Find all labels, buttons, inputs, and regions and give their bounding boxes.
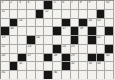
white-cell-r3c11[interactable]: 14 bbox=[88, 19, 96, 27]
clue-number: 29 bbox=[71, 54, 74, 58]
white-cell-r2c2[interactable] bbox=[10, 10, 18, 18]
white-cell-r2c4[interactable] bbox=[27, 10, 35, 18]
clue-number: 16 bbox=[10, 27, 13, 31]
clue-number: 22 bbox=[2, 45, 5, 49]
black-cell-r4c11 bbox=[88, 27, 96, 35]
clue-number: 26 bbox=[2, 54, 5, 58]
white-cell-r8c3[interactable]: 31 bbox=[18, 62, 26, 70]
white-cell-r4c12[interactable] bbox=[97, 27, 105, 35]
clue-number: 9 bbox=[88, 1, 90, 5]
white-cell-r9c13[interactable] bbox=[105, 71, 113, 79]
white-cell-r1c11[interactable]: 9 bbox=[88, 1, 96, 9]
white-cell-r4c8[interactable]: 17 bbox=[62, 27, 70, 35]
white-cell-r2c9[interactable] bbox=[71, 10, 79, 18]
white-cell-r5c6[interactable] bbox=[44, 36, 52, 44]
white-cell-r2c10[interactable] bbox=[79, 10, 87, 18]
white-cell-r8c10[interactable] bbox=[79, 62, 87, 70]
white-cell-r3c4[interactable] bbox=[27, 19, 35, 27]
clue-number: 1 bbox=[2, 1, 4, 5]
white-cell-r7c4[interactable]: 27 bbox=[27, 54, 35, 62]
black-cell-r6c7 bbox=[53, 45, 61, 53]
white-cell-r1c3[interactable]: 3 bbox=[18, 1, 26, 9]
white-cell-r7c13[interactable]: 30 bbox=[105, 54, 113, 62]
white-cell-r4c5[interactable] bbox=[36, 27, 44, 35]
clue-number: 3 bbox=[19, 1, 21, 5]
white-cell-r4c6[interactable] bbox=[44, 27, 52, 35]
clue-number: 35 bbox=[2, 71, 5, 75]
white-cell-r3c6[interactable] bbox=[44, 19, 52, 27]
black-cell-r3c2 bbox=[10, 19, 18, 27]
white-cell-r1c9[interactable]: 7 bbox=[71, 1, 79, 9]
white-cell-r6c3[interactable] bbox=[18, 45, 26, 53]
clue-number: 10 bbox=[106, 1, 109, 5]
clue-number: 5 bbox=[54, 1, 56, 5]
crossword-grid: 1234567891011121314151617181920212223242… bbox=[0, 0, 114, 79]
white-cell-r4c4[interactable] bbox=[27, 27, 35, 35]
white-cell-r4c3[interactable] bbox=[18, 27, 26, 35]
black-cell-r5c11 bbox=[88, 36, 96, 44]
white-cell-r8c4[interactable] bbox=[27, 62, 35, 70]
black-cell-r2c5 bbox=[36, 10, 44, 18]
white-cell-r5c13[interactable] bbox=[105, 36, 113, 44]
clue-number: 24 bbox=[62, 45, 65, 49]
white-cell-r6c10[interactable] bbox=[79, 45, 87, 53]
white-cell-r8c1[interactable] bbox=[1, 62, 9, 70]
white-cell-r7c10[interactable] bbox=[79, 54, 87, 62]
white-cell-r9c2[interactable] bbox=[10, 71, 18, 79]
clue-number: 28 bbox=[54, 54, 57, 58]
white-cell-r1c8[interactable]: 6 bbox=[62, 1, 70, 9]
black-cell-r7c3 bbox=[18, 54, 26, 62]
white-cell-r8c6[interactable] bbox=[44, 62, 52, 70]
white-cell-r6c2[interactable] bbox=[10, 45, 18, 53]
white-cell-r5c3[interactable] bbox=[18, 36, 26, 44]
clue-number: 11 bbox=[2, 10, 5, 14]
clue-number: 6 bbox=[62, 1, 64, 5]
clue-number: 19 bbox=[2, 36, 5, 40]
clue-number: 23 bbox=[28, 45, 31, 49]
white-cell-r7c9[interactable]: 29 bbox=[71, 54, 79, 62]
clue-number: 25 bbox=[71, 45, 74, 49]
black-cell-r3c8 bbox=[62, 19, 70, 27]
white-cell-r1c1[interactable]: 1 bbox=[1, 1, 9, 9]
white-cell-r9c9[interactable] bbox=[71, 71, 79, 79]
white-cell-r6c5[interactable] bbox=[36, 45, 44, 53]
white-cell-r3c13[interactable] bbox=[105, 19, 113, 27]
white-cell-r6c11[interactable] bbox=[88, 45, 96, 53]
black-cell-r3c10 bbox=[79, 19, 87, 27]
white-cell-r9c11[interactable] bbox=[88, 71, 96, 79]
clue-number: 21 bbox=[97, 36, 100, 40]
white-cell-r2c3[interactable] bbox=[18, 10, 26, 18]
white-cell-r6c6[interactable] bbox=[44, 45, 52, 53]
white-cell-r5c1[interactable]: 19 bbox=[1, 36, 9, 44]
white-cell-r3c5[interactable] bbox=[36, 19, 44, 27]
white-cell-r2c7[interactable] bbox=[53, 10, 61, 18]
white-cell-r7c7[interactable]: 28 bbox=[53, 54, 61, 62]
clue-number: 36 bbox=[54, 71, 57, 75]
white-cell-r9c1[interactable]: 35 bbox=[1, 71, 9, 79]
white-cell-r9c12[interactable] bbox=[97, 71, 105, 79]
white-cell-r1c13[interactable]: 10 bbox=[105, 1, 113, 9]
white-cell-r8c9[interactable]: 32 bbox=[71, 62, 79, 70]
black-cell-r5c4 bbox=[27, 36, 35, 44]
clue-number: 14 bbox=[88, 19, 91, 23]
white-cell-r6c12[interactable] bbox=[97, 45, 105, 53]
white-cell-r6c8[interactable]: 24 bbox=[62, 45, 70, 53]
white-cell-r7c1[interactable]: 26 bbox=[1, 54, 9, 62]
white-cell-r9c10[interactable] bbox=[79, 71, 87, 79]
white-cell-r5c5[interactable]: 20 bbox=[36, 36, 44, 44]
white-cell-r1c5[interactable] bbox=[36, 1, 44, 9]
clue-number: 12 bbox=[45, 10, 48, 14]
white-cell-r6c4[interactable]: 23 bbox=[27, 45, 35, 53]
black-cell-r8c8 bbox=[62, 62, 70, 70]
clue-number: 17 bbox=[62, 27, 65, 31]
clue-number: 18 bbox=[80, 27, 83, 31]
white-cell-r5c7[interactable] bbox=[53, 36, 61, 44]
white-cell-r8c11[interactable]: 33 bbox=[88, 62, 96, 70]
black-cell-r1c6 bbox=[44, 1, 52, 9]
clue-number: 27 bbox=[28, 54, 31, 58]
white-cell-r5c2[interactable] bbox=[10, 36, 18, 44]
black-cell-r7c6 bbox=[44, 54, 52, 62]
white-cell-r3c9[interactable] bbox=[71, 19, 79, 27]
clue-number: 34 bbox=[97, 62, 100, 66]
white-cell-r1c12[interactable] bbox=[97, 1, 105, 9]
clue-number: 13 bbox=[19, 19, 22, 23]
white-cell-r9c3[interactable] bbox=[18, 71, 26, 79]
black-cell-r4c13 bbox=[105, 27, 113, 35]
white-cell-r5c8[interactable] bbox=[62, 36, 70, 44]
white-cell-r8c7[interactable] bbox=[53, 62, 61, 70]
white-cell-r8c5[interactable] bbox=[36, 62, 44, 70]
white-cell-r2c6[interactable]: 12 bbox=[44, 10, 52, 18]
clue-number: 15 bbox=[97, 19, 100, 23]
white-cell-r9c8[interactable] bbox=[62, 71, 70, 79]
white-cell-r2c8[interactable] bbox=[62, 10, 70, 18]
white-cell-r2c11[interactable] bbox=[88, 10, 96, 18]
white-cell-r9c5[interactable] bbox=[36, 71, 44, 79]
black-cell-r7c12 bbox=[97, 54, 105, 62]
white-cell-r8c13[interactable] bbox=[105, 62, 113, 70]
clue-number: 30 bbox=[106, 54, 109, 58]
black-cell-r4c9 bbox=[71, 27, 79, 35]
white-cell-r3c7[interactable] bbox=[53, 19, 61, 27]
black-cell-r4c1 bbox=[1, 27, 9, 35]
black-cell-r7c8 bbox=[62, 54, 70, 62]
white-cell-r3c1[interactable] bbox=[1, 19, 9, 27]
white-cell-r1c2[interactable]: 2 bbox=[10, 1, 18, 9]
white-cell-r5c12[interactable]: 21 bbox=[97, 36, 105, 44]
clue-number: 32 bbox=[71, 62, 74, 66]
white-cell-r6c1[interactable]: 22 bbox=[1, 45, 9, 53]
white-cell-r6c9[interactable]: 25 bbox=[71, 45, 79, 53]
clue-number: 4 bbox=[28, 1, 30, 5]
white-cell-r7c5[interactable] bbox=[36, 54, 44, 62]
clue-number: 2 bbox=[10, 1, 12, 5]
white-cell-r4c2[interactable]: 16 bbox=[10, 27, 18, 35]
white-cell-r2c13[interactable] bbox=[105, 10, 113, 18]
black-cell-r8c2 bbox=[10, 62, 18, 70]
white-cell-r1c7[interactable]: 5 bbox=[53, 1, 61, 9]
clue-number: 31 bbox=[19, 62, 22, 66]
black-cell-r5c9 bbox=[71, 36, 79, 44]
white-cell-r2c1[interactable]: 11 bbox=[1, 10, 9, 18]
white-cell-r5c10[interactable] bbox=[79, 36, 87, 44]
white-cell-r4c10[interactable]: 18 bbox=[79, 27, 87, 35]
black-cell-r7c11 bbox=[88, 54, 96, 62]
black-cell-r2c12 bbox=[97, 10, 105, 18]
clue-number: 33 bbox=[88, 62, 91, 66]
clue-number: 7 bbox=[71, 1, 73, 5]
white-cell-r7c2[interactable] bbox=[10, 54, 18, 62]
black-cell-r4c7 bbox=[53, 27, 61, 35]
white-cell-r9c4[interactable] bbox=[27, 71, 35, 79]
white-cell-r1c10[interactable]: 8 bbox=[79, 1, 87, 9]
white-cell-r3c12[interactable]: 15 bbox=[97, 19, 105, 27]
clue-number: 8 bbox=[80, 1, 82, 5]
black-cell-r6c13 bbox=[105, 45, 113, 53]
black-cell-r9c6 bbox=[44, 71, 52, 79]
white-cell-r9c7[interactable]: 36 bbox=[53, 71, 61, 79]
clue-number: 20 bbox=[36, 36, 39, 40]
white-cell-r1c4[interactable]: 4 bbox=[27, 1, 35, 9]
white-cell-r3c3[interactable]: 13 bbox=[18, 19, 26, 27]
white-cell-r8c12[interactable]: 34 bbox=[97, 62, 105, 70]
